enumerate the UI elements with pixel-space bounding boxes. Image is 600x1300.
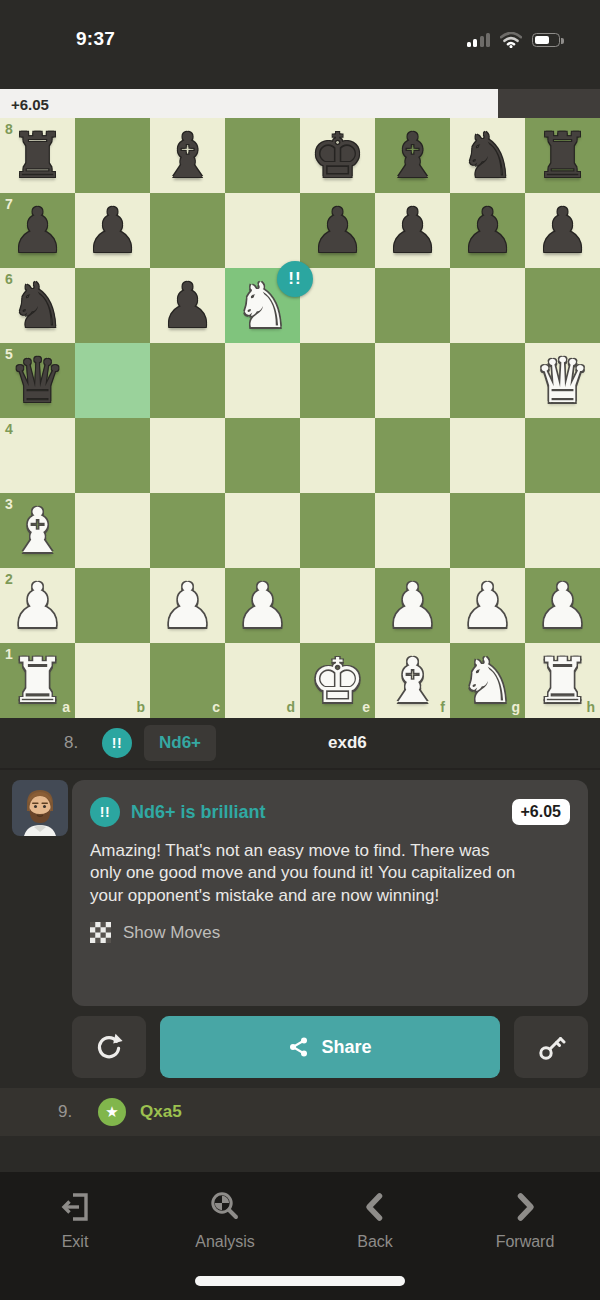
piece-white-q-h5: ♛	[535, 343, 591, 418]
evaluation-badge: +6.05	[512, 799, 570, 825]
square-h7[interactable]: ♟	[525, 193, 600, 268]
piece-white-p-c2: ♟	[160, 568, 216, 643]
brilliant-move-icon: !!	[102, 728, 132, 758]
square-g4[interactable]	[450, 418, 525, 493]
square-h5[interactable]: ♛	[525, 343, 600, 418]
square-c7[interactable]	[150, 193, 225, 268]
coach-card: !! Nd6+ is brilliant +6.05 Amazing! That…	[72, 780, 588, 1006]
coach-avatar	[12, 780, 68, 836]
square-a1[interactable]: 1a♜	[0, 643, 75, 718]
rank-label-8: 8	[5, 122, 13, 136]
chevron-right-icon	[508, 1190, 542, 1224]
square-h4[interactable]	[525, 418, 600, 493]
square-c6[interactable]: ♟	[150, 268, 225, 343]
square-h6[interactable]	[525, 268, 600, 343]
square-a8[interactable]: 8♜	[0, 118, 75, 193]
status-bar: 9:37	[0, 0, 600, 89]
square-f7[interactable]: ♟	[375, 193, 450, 268]
evaluation-bar: +6.05	[0, 89, 600, 118]
square-c1[interactable]: c	[150, 643, 225, 718]
nav-forward-button[interactable]: Forward	[450, 1172, 600, 1300]
square-e2[interactable]	[300, 568, 375, 643]
square-c5[interactable]	[150, 343, 225, 418]
file-label-c: c	[212, 700, 220, 714]
status-time: 9:37	[76, 28, 115, 50]
analysis-icon	[208, 1190, 242, 1224]
piece-white-p-f2: ♟	[385, 568, 441, 643]
square-d8[interactable]	[225, 118, 300, 193]
move-list-row-8: 8. !! Nd6+ exd6	[0, 718, 600, 770]
brilliant-move-board-badge: !!	[277, 261, 313, 297]
piece-white-p-h2: ♟	[535, 568, 591, 643]
piece-white-p-g2: ♟	[460, 568, 516, 643]
square-g6[interactable]	[450, 268, 525, 343]
piece-black-p-e7: ♟	[310, 193, 366, 268]
square-a5[interactable]: 5♛	[0, 343, 75, 418]
square-b2[interactable]	[75, 568, 150, 643]
square-e5[interactable]	[300, 343, 375, 418]
square-c4[interactable]	[150, 418, 225, 493]
rank-label-7: 7	[5, 197, 13, 211]
square-a2[interactable]: 2♟	[0, 568, 75, 643]
piece-black-p-b7: ♟	[85, 193, 141, 268]
square-g2[interactable]: ♟	[450, 568, 525, 643]
square-e7[interactable]: ♟	[300, 193, 375, 268]
share-label: Share	[321, 1037, 371, 1058]
piece-black-k-e8: ♚	[310, 118, 366, 193]
piece-black-b-f8: ♝	[385, 118, 441, 193]
square-e3[interactable]	[300, 493, 375, 568]
piece-white-p-d2: ♟	[235, 568, 291, 643]
square-f8[interactable]: ♝	[375, 118, 450, 193]
square-d4[interactable]	[225, 418, 300, 493]
piece-white-r-h1: ♜	[535, 643, 591, 718]
square-d1[interactable]: d	[225, 643, 300, 718]
rank-label-1: 1	[5, 647, 13, 661]
piece-black-n-a6: ♞	[10, 268, 66, 343]
move-list-row-9: 9. ★ Qxa5	[0, 1088, 600, 1136]
nav-exit-button[interactable]: Exit	[0, 1172, 150, 1300]
move-white-nd6[interactable]: Nd6+	[144, 725, 216, 761]
square-c3[interactable]	[150, 493, 225, 568]
piece-black-n-g8: ♞	[460, 118, 516, 193]
square-a7[interactable]: 7♟	[0, 193, 75, 268]
piece-black-r-h8: ♜	[535, 118, 591, 193]
status-icons	[467, 32, 561, 48]
chess-board: 8♜♝♚♝♞♜7♟♟♟♟♟♟6♞♟♞5♛♛43♝2♟♟♟♟♟♟1a♜bcde♚f…	[0, 118, 600, 718]
key-icon	[536, 1032, 566, 1062]
rank-label-5: 5	[5, 347, 13, 361]
mini-board-icon	[90, 922, 111, 943]
wifi-icon	[500, 32, 522, 48]
key-button[interactable]	[514, 1016, 588, 1078]
square-h8[interactable]: ♜	[525, 118, 600, 193]
move-black-exd6[interactable]: exd6	[328, 733, 367, 753]
piece-black-b-c8: ♝	[160, 118, 216, 193]
square-g3[interactable]	[450, 493, 525, 568]
nav-analysis-label: Analysis	[195, 1233, 255, 1251]
square-b1[interactable]: b	[75, 643, 150, 718]
piece-white-r-a1: ♜	[10, 643, 66, 718]
square-g1[interactable]: g♞	[450, 643, 525, 718]
evaluation-white-fill	[0, 89, 498, 118]
spacer	[0, 1136, 600, 1172]
coach-header: !! Nd6+ is brilliant +6.05	[90, 797, 570, 827]
phone-screen: 9:37 +6.05 8♜♝♚♝♞♜7♟♟♟♟♟♟6♞♟♞5♛♛43♝2♟♟♟♟…	[0, 0, 600, 1300]
move-white-qxa5[interactable]: Qxa5	[140, 1102, 182, 1122]
move-number-8: 8.	[64, 733, 92, 753]
retry-button[interactable]	[72, 1016, 146, 1078]
square-f1[interactable]: f♝	[375, 643, 450, 718]
home-indicator[interactable]	[195, 1276, 405, 1286]
rank-label-3: 3	[5, 497, 13, 511]
nav-forward-label: Forward	[496, 1233, 555, 1251]
show-moves-label: Show Moves	[123, 923, 220, 943]
exit-icon	[57, 1190, 93, 1224]
square-d7[interactable]	[225, 193, 300, 268]
square-g8[interactable]: ♞	[450, 118, 525, 193]
battery-icon	[532, 33, 560, 47]
nav-exit-label: Exit	[62, 1233, 89, 1251]
cellular-signal-icon	[467, 33, 491, 47]
square-b7[interactable]: ♟	[75, 193, 150, 268]
show-moves-button[interactable]: Show Moves	[90, 922, 570, 943]
action-buttons: Share	[0, 1012, 600, 1088]
square-f6[interactable]	[375, 268, 450, 343]
piece-black-p-g7: ♟	[460, 193, 516, 268]
square-b6[interactable]	[75, 268, 150, 343]
coach-comment: Amazing! That's not an easy move to find…	[90, 840, 522, 907]
square-d5[interactable]	[225, 343, 300, 418]
coach-section: !! Nd6+ is brilliant +6.05 Amazing! That…	[0, 770, 600, 1012]
piece-black-p-f7: ♟	[385, 193, 441, 268]
square-f2[interactable]: ♟	[375, 568, 450, 643]
nav-back-label: Back	[357, 1233, 393, 1251]
square-b5[interactable]	[75, 343, 150, 418]
square-h3[interactable]	[525, 493, 600, 568]
square-a3[interactable]: 3♝	[0, 493, 75, 568]
square-c8[interactable]: ♝	[150, 118, 225, 193]
file-label-h: h	[586, 700, 595, 714]
square-e1[interactable]: e♚	[300, 643, 375, 718]
square-h1[interactable]: h♜	[525, 643, 600, 718]
square-c2[interactable]: ♟	[150, 568, 225, 643]
best-move-star-icon: ★	[98, 1098, 126, 1126]
piece-white-k-e1: ♚	[310, 643, 366, 718]
square-a4[interactable]: 4	[0, 418, 75, 493]
piece-white-p-a2: ♟	[10, 568, 66, 643]
brilliant-move-icon: !!	[90, 797, 120, 827]
piece-white-b-a3: ♝	[10, 493, 66, 568]
square-f3[interactable]	[375, 493, 450, 568]
piece-white-b-f1: ♝	[385, 643, 441, 718]
piece-black-r-a8: ♜	[10, 118, 66, 193]
rank-label-2: 2	[5, 572, 13, 586]
rank-label-4: 4	[5, 422, 13, 436]
square-d3[interactable]	[225, 493, 300, 568]
square-b4[interactable]	[75, 418, 150, 493]
file-label-e: e	[362, 700, 370, 714]
file-label-d: d	[286, 700, 295, 714]
square-h2[interactable]: ♟	[525, 568, 600, 643]
move-number-9: 9.	[58, 1102, 88, 1122]
chevron-left-icon	[358, 1190, 392, 1224]
square-f4[interactable]	[375, 418, 450, 493]
share-icon	[288, 1036, 310, 1058]
piece-black-p-a7: ♟	[10, 193, 66, 268]
coach-title: Nd6+ is brilliant	[131, 802, 266, 823]
evaluation-value: +6.05	[11, 95, 49, 112]
piece-black-p-c6: ♟	[160, 268, 216, 343]
square-e8[interactable]: ♚	[300, 118, 375, 193]
file-label-f: f	[440, 700, 445, 714]
square-b3[interactable]	[75, 493, 150, 568]
square-d2[interactable]: ♟	[225, 568, 300, 643]
retry-icon	[94, 1032, 124, 1062]
square-f5[interactable]	[375, 343, 450, 418]
square-g5[interactable]	[450, 343, 525, 418]
square-a6[interactable]: 6♞	[0, 268, 75, 343]
file-label-a: a	[62, 700, 70, 714]
piece-black-p-h7: ♟	[535, 193, 591, 268]
rank-label-6: 6	[5, 272, 13, 286]
square-g7[interactable]: ♟	[450, 193, 525, 268]
piece-white-n-g1: ♞	[460, 643, 516, 718]
bottom-navigation: Exit Analysis Back Forward	[0, 1172, 600, 1300]
square-b8[interactable]	[75, 118, 150, 193]
file-label-b: b	[136, 700, 145, 714]
file-label-g: g	[511, 700, 520, 714]
share-button[interactable]: Share	[160, 1016, 500, 1078]
piece-black-q-a5: ♛	[10, 343, 66, 418]
square-e4[interactable]	[300, 418, 375, 493]
